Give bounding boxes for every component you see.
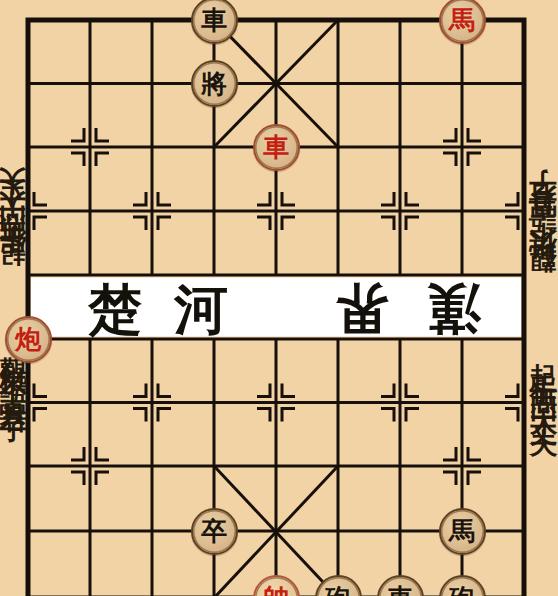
piece-label: 車 <box>387 585 413 596</box>
inscription-left-top: 起手無回大丈夫 <box>0 8 27 290</box>
inscription-right-bottom: 起手無回大丈夫 <box>529 340 557 596</box>
river-label-chu-he: 楚河 <box>88 280 260 338</box>
black-horse-piece[interactable]: 馬 <box>439 508 486 555</box>
inscription-right-top: 觀棋不語真君子 <box>529 10 557 296</box>
black-chariot-piece[interactable]: 車 <box>377 575 424 596</box>
black-chariot-piece[interactable]: 車 <box>191 0 238 44</box>
piece-label: 砲 <box>449 585 475 596</box>
black-soldier-piece[interactable]: 卒 <box>191 508 238 555</box>
black-cannon-piece[interactable]: 砲 <box>315 575 362 596</box>
piece-label: 車 <box>201 7 227 33</box>
red-horse-piece[interactable]: 馬 <box>439 0 486 44</box>
piece-label: 帥 <box>263 585 289 596</box>
xiangqi-screenshot: 起手無回大丈夫 觀棋不語真君子 觀棋不語真君子 起手無回大丈夫 楚河 漢界 車馬… <box>0 0 558 596</box>
inscription-left-bottom: 觀棋不語真君子 <box>0 334 27 596</box>
piece-label: 將 <box>201 71 227 97</box>
piece-label: 卒 <box>201 518 227 544</box>
river-label-han-jie: 漢界 <box>333 280 481 338</box>
piece-label: 車 <box>263 134 289 160</box>
red-cannon-piece[interactable]: 炮 <box>5 316 52 363</box>
black-cannon-piece[interactable]: 砲 <box>439 575 486 596</box>
piece-label: 炮 <box>15 326 41 352</box>
piece-label: 砲 <box>325 585 351 596</box>
red-general-piece[interactable]: 帥 <box>253 575 300 596</box>
red-chariot-piece[interactable]: 車 <box>253 124 300 171</box>
piece-label: 馬 <box>449 7 475 33</box>
black-general-piece[interactable]: 將 <box>191 60 238 107</box>
piece-label: 馬 <box>449 518 475 544</box>
